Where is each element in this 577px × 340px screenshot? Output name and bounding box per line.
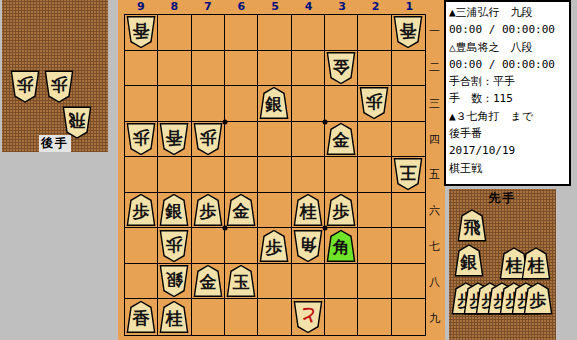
board-cell[interactable]: 銀: [158, 193, 191, 229]
hand-piece[interactable]: 飛: [62, 106, 92, 139]
game-info-panel: ▲三浦弘行 九段 00:00 / 00:00:00 △豊島将之 八段 00:00…: [444, 0, 571, 186]
board-cell[interactable]: [125, 264, 158, 300]
handicap-line: 手合割：平手: [449, 73, 569, 90]
board-cell[interactable]: [225, 15, 258, 51]
svg-text:金: 金: [332, 130, 350, 150]
shogi-piece[interactable]: 歩: [126, 194, 156, 227]
board-cell[interactable]: 香: [125, 15, 158, 51]
board-cell[interactable]: [158, 15, 191, 51]
hand-piece[interactable]: 銀: [454, 244, 484, 277]
board-cell[interactable]: [258, 122, 291, 158]
board-cell[interactable]: と: [292, 299, 325, 335]
hoshi-star-point: [323, 119, 328, 124]
svg-text:歩: 歩: [529, 290, 547, 310]
board-cell[interactable]: 歩: [325, 193, 358, 229]
board-cell[interactable]: [125, 228, 158, 264]
board-cell[interactable]: [358, 299, 391, 335]
board-cell[interactable]: [358, 15, 391, 51]
board-cell[interactable]: [358, 264, 391, 300]
file-label: 9: [124, 0, 158, 13]
svg-text:と: と: [299, 306, 316, 326]
board-cell[interactable]: [225, 157, 258, 193]
board-cell[interactable]: [192, 51, 225, 87]
board-cell[interactable]: 王: [392, 157, 425, 193]
file-label: 8: [158, 0, 192, 13]
svg-text:銀: 銀: [165, 201, 183, 221]
board-cell[interactable]: [358, 51, 391, 87]
board-cell[interactable]: [292, 157, 325, 193]
board-cell[interactable]: [325, 86, 358, 122]
board-cell[interactable]: 銀: [258, 86, 291, 122]
shogi-board-panel: 987654321 一二三四五六七八九 香香金銀歩歩香歩金王歩銀歩金桂歩歩歩角角…: [118, 0, 445, 340]
board-cell[interactable]: [158, 86, 191, 122]
shogi-piece[interactable]: 歩: [159, 229, 189, 262]
board-cell[interactable]: [325, 299, 358, 335]
shogi-piece[interactable]: 香: [159, 122, 189, 155]
shogi-piece[interactable]: 桂: [293, 194, 323, 227]
svg-text:香: 香: [165, 128, 184, 148]
hand-piece[interactable]: 桂: [521, 247, 551, 280]
board-cell[interactable]: [225, 51, 258, 87]
board-cell[interactable]: [392, 193, 425, 229]
rank-label: 九: [429, 300, 445, 336]
svg-text:歩: 歩: [132, 201, 150, 221]
shogi-board-grid: 香香金銀歩歩香歩金王歩銀歩金桂歩歩歩角角銀金玉香桂と: [124, 14, 426, 336]
shogi-piece[interactable]: と: [293, 301, 323, 334]
rank-label: 五: [429, 157, 445, 193]
rank-label: 一: [429, 14, 445, 50]
board-cell[interactable]: [225, 86, 258, 122]
board-cell[interactable]: 金: [225, 193, 258, 229]
shogi-piece[interactable]: 香: [126, 16, 156, 49]
hand-piece[interactable]: 歩: [44, 70, 74, 103]
shogi-piece[interactable]: 金: [226, 194, 256, 227]
board-cell[interactable]: 金: [325, 122, 358, 158]
file-label: 6: [225, 0, 259, 13]
board-cell[interactable]: 香: [158, 122, 191, 158]
board-cell[interactable]: [392, 86, 425, 122]
shogi-app-window: 後手 歩歩飛 987654321 一二三四五六七八九 香香金銀歩歩香歩金王歩銀歩…: [0, 0, 577, 340]
shogi-piece[interactable]: 歩: [259, 229, 289, 262]
svg-text:飛: 飛: [463, 217, 481, 237]
board-cell[interactable]: [325, 157, 358, 193]
shogi-piece[interactable]: 金: [193, 265, 223, 298]
sente-player-name: ▲三浦弘行 九段: [449, 4, 569, 21]
game-date: 2017/10/19: [449, 142, 569, 159]
sente-hand-label: 先手: [489, 190, 517, 207]
board-cell[interactable]: [225, 299, 258, 335]
board-cell[interactable]: [192, 157, 225, 193]
board-cell[interactable]: 歩: [358, 86, 391, 122]
gote-hand-stand: 後手 歩歩飛: [2, 0, 108, 152]
shogi-piece[interactable]: 角: [326, 229, 356, 262]
turn-indicator: 後手番: [449, 125, 569, 142]
sente-clock: 00:00 / 00:00:00: [449, 21, 569, 38]
board-cell[interactable]: [125, 51, 158, 87]
shogi-piece[interactable]: 金: [326, 122, 356, 155]
move-count-line: 手 数：115: [449, 90, 569, 107]
board-cell[interactable]: 香: [125, 299, 158, 335]
board-cell[interactable]: [192, 228, 225, 264]
board-cell[interactable]: 歩: [192, 193, 225, 229]
svg-text:歩: 歩: [17, 75, 35, 95]
shogi-piece[interactable]: 銀: [259, 87, 289, 120]
board-cell[interactable]: [258, 193, 291, 229]
svg-text:玉: 玉: [233, 272, 250, 292]
board-cell[interactable]: [358, 157, 391, 193]
shogi-piece[interactable]: 歩: [359, 87, 389, 120]
last-move-line: ▲３七角打 まで: [449, 108, 569, 125]
board-cell[interactable]: 歩: [125, 122, 158, 158]
hoshi-star-point: [223, 226, 228, 231]
svg-text:桂: 桂: [527, 255, 546, 275]
board-cell[interactable]: 金: [192, 264, 225, 300]
hand-piece[interactable]: 飛: [457, 209, 487, 242]
board-cell[interactable]: [192, 299, 225, 335]
board-cell[interactable]: [325, 264, 358, 300]
board-cell[interactable]: 香: [392, 15, 425, 51]
board-cell[interactable]: 歩: [158, 228, 191, 264]
board-cell[interactable]: [125, 86, 158, 122]
shogi-piece[interactable]: 角: [293, 229, 323, 262]
svg-text:歩: 歩: [265, 237, 283, 257]
rank-label: 四: [429, 121, 445, 157]
svg-text:金: 金: [198, 272, 216, 292]
board-cell[interactable]: 歩: [258, 228, 291, 264]
board-cell[interactable]: [392, 299, 425, 335]
board-cell[interactable]: [258, 264, 291, 300]
shogi-piece[interactable]: 歩: [326, 194, 356, 227]
board-cell[interactable]: 桂: [158, 299, 191, 335]
rank-label: 七: [429, 229, 445, 265]
shogi-piece[interactable]: 銀: [159, 265, 189, 298]
svg-text:桂: 桂: [165, 309, 184, 329]
board-cell[interactable]: 金: [325, 51, 358, 87]
board-cell[interactable]: [258, 157, 291, 193]
svg-text:歩: 歩: [51, 75, 69, 95]
svg-text:角: 角: [332, 237, 350, 257]
shogi-piece[interactable]: 香: [393, 16, 423, 49]
shogi-piece[interactable]: 歩: [193, 194, 223, 227]
tournament-name: 棋王戦: [449, 160, 569, 177]
board-cell[interactable]: [258, 15, 291, 51]
rank-label: 二: [429, 50, 445, 86]
board-cell[interactable]: [358, 122, 391, 158]
svg-text:歩: 歩: [133, 128, 151, 148]
shogi-piece[interactable]: 香: [126, 301, 156, 334]
svg-text:歩: 歩: [199, 128, 217, 148]
gote-clock: 00:00 / 00:00:00: [449, 56, 569, 73]
rank-label: 三: [429, 86, 445, 122]
board-cell[interactable]: [192, 15, 225, 51]
board-cell[interactable]: [392, 264, 425, 300]
hoshi-star-point: [223, 119, 228, 124]
board-cell[interactable]: [358, 228, 391, 264]
hoshi-star-point: [323, 226, 328, 231]
shogi-piece[interactable]: 玉: [226, 265, 256, 298]
board-cell[interactable]: [258, 51, 291, 87]
svg-text:香: 香: [399, 21, 418, 41]
svg-text:歩: 歩: [166, 234, 184, 254]
board-cell[interactable]: [158, 51, 191, 87]
board-cell[interactable]: [392, 228, 425, 264]
file-label: 5: [258, 0, 292, 13]
board-cell[interactable]: [292, 86, 325, 122]
board-cell[interactable]: [292, 15, 325, 51]
svg-text:銀: 銀: [460, 252, 478, 272]
file-label: 3: [325, 0, 359, 13]
file-label: 2: [359, 0, 393, 13]
svg-text:銀: 銀: [166, 270, 184, 290]
board-cell[interactable]: [392, 122, 425, 158]
shogi-piece[interactable]: 歩: [126, 122, 156, 155]
board-cell[interactable]: [125, 157, 158, 193]
hand-piece[interactable]: 歩: [523, 282, 553, 315]
svg-text:歩: 歩: [366, 92, 384, 112]
rank-label: 六: [429, 193, 445, 229]
board-cell[interactable]: 角: [292, 228, 325, 264]
board-cell[interactable]: [392, 51, 425, 87]
svg-text:飛: 飛: [69, 111, 87, 131]
board-cell[interactable]: [258, 299, 291, 335]
hand-piece[interactable]: 歩: [10, 70, 40, 103]
board-cell[interactable]: [158, 157, 191, 193]
board-cell[interactable]: 桂: [292, 193, 325, 229]
gote-player-name: △豊島将之 八段: [449, 39, 569, 56]
svg-text:金: 金: [333, 57, 351, 77]
board-cell[interactable]: [292, 122, 325, 158]
svg-text:銀: 銀: [265, 95, 283, 115]
board-cell[interactable]: 歩: [192, 122, 225, 158]
svg-text:桂: 桂: [298, 201, 317, 221]
shogi-piece[interactable]: 銀: [159, 194, 189, 227]
shogi-piece[interactable]: 王: [393, 158, 423, 191]
rank-label: 八: [429, 264, 445, 300]
board-cell[interactable]: [325, 15, 358, 51]
file-label: 1: [392, 0, 426, 13]
board-cell[interactable]: [292, 264, 325, 300]
svg-text:歩: 歩: [198, 201, 216, 221]
svg-text:歩: 歩: [332, 201, 350, 221]
board-cell[interactable]: [358, 193, 391, 229]
rank-coordinate-labels: 一二三四五六七八九: [429, 14, 445, 336]
file-label: 7: [191, 0, 225, 13]
svg-text:香: 香: [132, 21, 151, 41]
file-coordinate-labels: 987654321: [124, 0, 426, 13]
board-cell[interactable]: 歩: [125, 193, 158, 229]
shogi-piece[interactable]: 歩: [193, 122, 223, 155]
shogi-piece[interactable]: 金: [326, 51, 356, 84]
board-cell[interactable]: [192, 86, 225, 122]
shogi-piece[interactable]: 桂: [159, 301, 189, 334]
board-cell[interactable]: [225, 228, 258, 264]
board-cell[interactable]: [225, 122, 258, 158]
board-cell[interactable]: 玉: [225, 264, 258, 300]
board-cell[interactable]: 銀: [158, 264, 191, 300]
board-cell[interactable]: [292, 51, 325, 87]
file-label: 4: [292, 0, 326, 13]
svg-text:金: 金: [232, 201, 250, 221]
sente-hand-stand: 先手 飛銀桂桂歩歩歩歩歩歩歩: [449, 189, 556, 340]
svg-text:香: 香: [132, 309, 151, 329]
board-cell[interactable]: 角: [325, 228, 358, 264]
svg-text:王: 王: [400, 163, 418, 183]
svg-text:角: 角: [299, 234, 317, 254]
